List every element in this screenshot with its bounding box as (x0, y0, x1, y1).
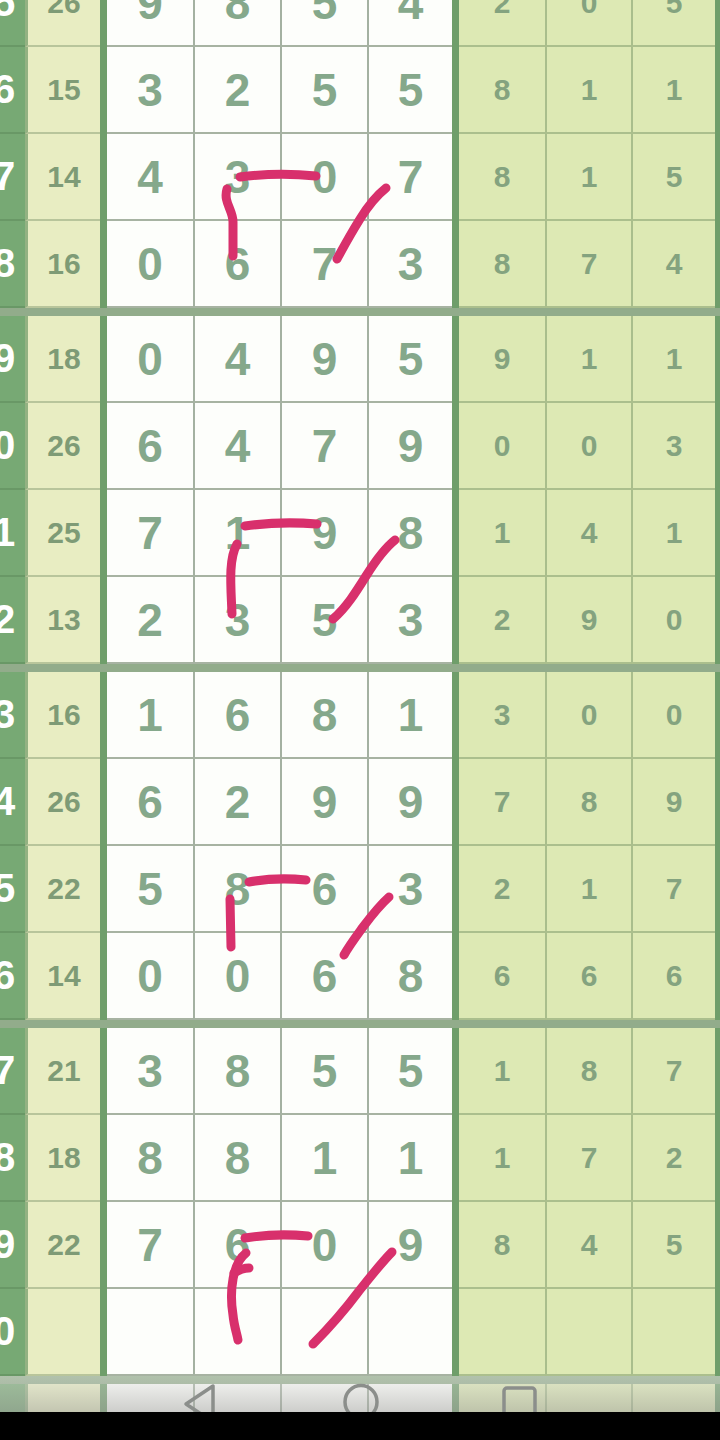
system-navbar-icons (0, 0, 720, 1440)
screen: 5269854205615325581171443078158160673874… (0, 0, 720, 1440)
system-bar (0, 1412, 720, 1440)
